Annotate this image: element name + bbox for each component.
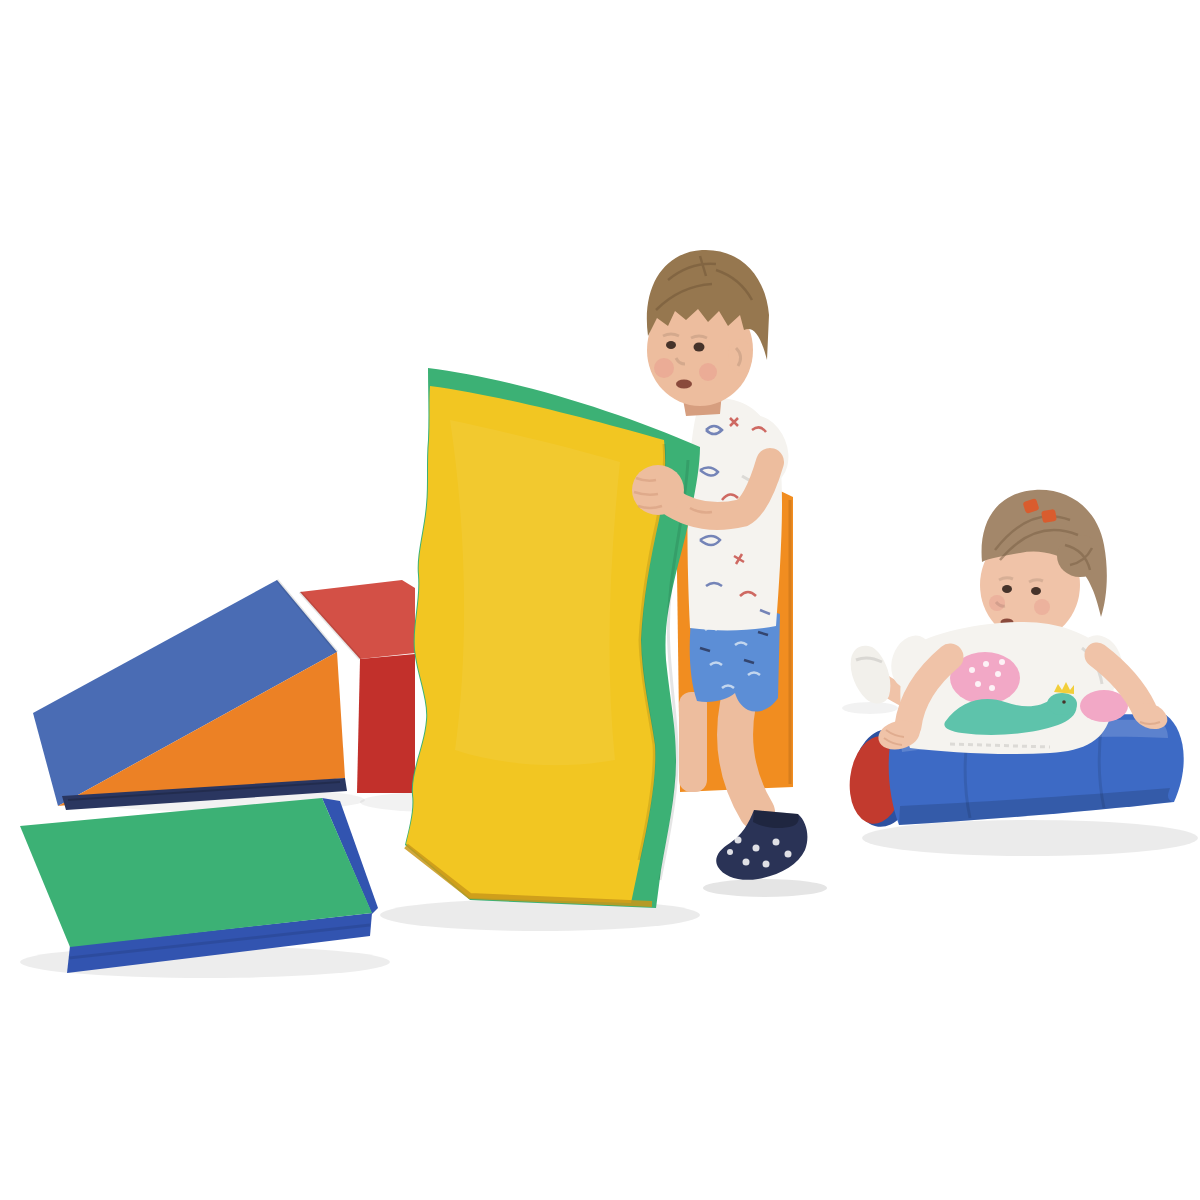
boy-blush-right [699,363,717,381]
red-cube-front [357,654,415,793]
boy-right-leg [735,704,757,812]
girl-blush-right [1034,599,1050,615]
soft-play-scene [0,0,1200,1200]
boy-blush-left [654,358,674,378]
boy-left-leg [679,692,707,792]
wave-mat [405,368,700,908]
boy-mouth [676,380,692,389]
product-photo [0,0,1200,1200]
girl-hair-bun [1057,535,1103,577]
